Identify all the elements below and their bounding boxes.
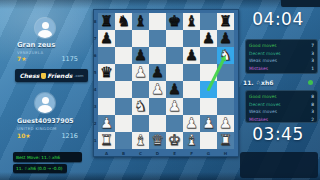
square-b7[interactable] xyxy=(115,30,132,47)
black-king-e8: ♚ xyxy=(166,13,183,30)
top-player-name: Gran zeus xyxy=(17,41,55,49)
bottom-stats-row-good-moves: Good moves8 xyxy=(249,93,314,101)
rank-label-3: 3 xyxy=(93,98,98,115)
stat-label: Weak moves xyxy=(249,58,277,63)
white-bishop-c1: ♝ xyxy=(132,132,149,149)
logo-text-chess: Chess xyxy=(19,72,39,79)
top-right-bar xyxy=(281,0,320,7)
stat-value: 3 xyxy=(311,58,314,63)
stat-label: Mistakes xyxy=(249,66,268,71)
stat-label: Weak moves xyxy=(249,109,277,114)
rank-label-6: 6 xyxy=(93,47,98,64)
square-g1[interactable] xyxy=(200,132,217,149)
rank-label-7: 7 xyxy=(93,30,98,47)
black-pawn-e4: ♟ xyxy=(166,81,183,98)
square-g3[interactable] xyxy=(200,98,217,115)
file-label-f: F xyxy=(183,150,200,157)
stat-value: 8 xyxy=(311,94,314,99)
square-e2[interactable] xyxy=(166,115,183,132)
best-move-banner: Best Move: 11.♘xh6 xyxy=(13,152,82,162)
black-pawn-g7: ♟ xyxy=(200,30,217,47)
stat-value: 8 xyxy=(311,102,314,107)
square-h1[interactable]: ♜ xyxy=(217,132,234,149)
square-d8[interactable] xyxy=(149,13,166,30)
file-label-c: C xyxy=(132,150,149,157)
square-a1[interactable]: ♜ xyxy=(98,132,115,149)
square-e3[interactable]: ♟ xyxy=(166,98,183,115)
file-label-e: E xyxy=(166,150,183,157)
square-c8[interactable]: ♝ xyxy=(132,13,149,30)
bottom-player-rating: 1216 xyxy=(48,132,78,140)
top-player-stats-box: Good moves7Decent moves3Weak moves3Mista… xyxy=(245,39,318,74)
bottom-player-name: Guest40937905 xyxy=(17,117,74,125)
logo-text-com: .com xyxy=(74,73,83,78)
square-f6[interactable]: ♟ xyxy=(183,47,200,64)
square-e6[interactable] xyxy=(166,47,183,64)
black-rook-h8: ♜ xyxy=(217,13,234,30)
black-pawn-d5: ♟ xyxy=(149,64,166,81)
black-pawn-a7: ♟ xyxy=(98,30,115,47)
square-a2[interactable]: ♟ xyxy=(98,115,115,132)
top-stats-row-good-moves: Good moves7 xyxy=(249,42,314,50)
white-knight-c3: ♞ xyxy=(132,98,149,115)
square-f2[interactable]: ♟ xyxy=(183,115,200,132)
square-a6[interactable] xyxy=(98,47,115,64)
stat-label: Good moves xyxy=(249,94,277,99)
square-e8[interactable]: ♚ xyxy=(166,13,183,30)
square-c4[interactable] xyxy=(132,81,149,98)
bottom-stats-row-weak-moves: Weak moves3 xyxy=(249,108,314,116)
stat-label: Decent moves xyxy=(249,51,281,56)
black-bishop-f8: ♝ xyxy=(183,13,200,30)
bottom-clock: 03:45 xyxy=(240,124,316,144)
stat-value: 1 xyxy=(311,66,314,71)
stat-label: Decent moves xyxy=(249,102,281,107)
shield-icon xyxy=(41,73,46,79)
white-pawn-h2: ♟ xyxy=(217,115,234,132)
chessfriends-logo[interactable]: Chess Friends .com xyxy=(15,69,88,82)
white-knight-h6: ♞ xyxy=(217,47,234,64)
file-label-h: H xyxy=(217,150,234,157)
square-a5[interactable]: ♛ xyxy=(98,64,115,81)
square-h3[interactable] xyxy=(217,98,234,115)
square-a7[interactable]: ♟ xyxy=(98,30,115,47)
bottom-player-stars: 10★ xyxy=(17,132,31,139)
square-b4[interactable] xyxy=(115,81,132,98)
square-c5[interactable]: ♟ xyxy=(132,64,149,81)
square-a8[interactable]: ♜ xyxy=(98,13,115,30)
avatar-head-icon xyxy=(42,97,49,104)
square-g4[interactable] xyxy=(200,81,217,98)
logo-text-friends: Friends xyxy=(47,72,72,79)
square-c7[interactable] xyxy=(132,30,149,47)
square-f8[interactable]: ♝ xyxy=(183,13,200,30)
white-rook-h1: ♜ xyxy=(217,132,234,149)
square-b3[interactable] xyxy=(115,98,132,115)
avatar-head-icon xyxy=(42,22,49,29)
bottom-stats-row-mistakes: Mistakes2 xyxy=(249,116,314,124)
square-d5[interactable]: ♟ xyxy=(149,64,166,81)
white-bishop-f1: ♝ xyxy=(183,132,200,149)
bottom-player-avatar xyxy=(35,93,55,113)
move-quality-dot xyxy=(308,80,313,85)
top-clock: 04:04 xyxy=(240,9,316,29)
played-move-banner: 11. ♘xh6 (0.0 → -0.0) xyxy=(13,164,67,173)
rank-label-2: 2 xyxy=(93,115,98,132)
square-b1[interactable] xyxy=(115,132,132,149)
white-pawn-g2: ♟ xyxy=(200,115,217,132)
file-label-a: A xyxy=(98,150,115,157)
square-b6[interactable] xyxy=(115,47,132,64)
file-label-b: B xyxy=(115,150,132,157)
stat-value: 2 xyxy=(311,117,314,122)
square-g6[interactable] xyxy=(200,47,217,64)
square-e5[interactable] xyxy=(166,64,183,81)
top-player-rating: 1175 xyxy=(48,55,78,63)
black-queen-a5: ♛ xyxy=(98,64,115,81)
best-move-text: Best Move: 11.♘xh6 xyxy=(16,155,60,160)
black-bishop-c8: ♝ xyxy=(132,13,149,30)
white-pawn-d4: ♟ xyxy=(149,81,166,98)
square-e7[interactable] xyxy=(166,30,183,47)
square-b8[interactable]: ♞ xyxy=(115,13,132,30)
played-move-text: 11. ♘xh6 (0.0 → -0.0) xyxy=(16,166,62,171)
stat-value: 3 xyxy=(311,109,314,114)
bottom-right-panel xyxy=(240,152,318,178)
white-pawn-f2: ♟ xyxy=(183,115,200,132)
top-stats-row-weak-moves: Weak moves3 xyxy=(249,57,314,65)
square-h8[interactable]: ♜ xyxy=(217,13,234,30)
bottom-stats-row-decent-moves: Decent moves8 xyxy=(249,101,314,109)
file-label-d: D xyxy=(149,150,166,157)
square-h6[interactable]: ♞ xyxy=(217,47,234,64)
square-d6[interactable] xyxy=(149,47,166,64)
avatar-body-icon xyxy=(38,105,52,114)
square-e4[interactable]: ♟ xyxy=(166,81,183,98)
square-b5[interactable] xyxy=(115,64,132,81)
black-pawn-f6: ♟ xyxy=(183,47,200,64)
top-player-stars: 7★ xyxy=(17,55,27,62)
white-pawn-a2: ♟ xyxy=(98,115,115,132)
square-h5[interactable] xyxy=(217,64,234,81)
square-a3[interactable] xyxy=(98,98,115,115)
white-pawn-c5: ♟ xyxy=(132,64,149,81)
square-h7[interactable]: ♟ xyxy=(217,30,234,47)
square-h4[interactable] xyxy=(217,81,234,98)
stat-label: Mistakes xyxy=(249,117,268,122)
top-stats-row-mistakes: Mistakes1 xyxy=(249,65,314,73)
rank-label-1: 1 xyxy=(93,132,98,149)
stat-value: 3 xyxy=(311,51,314,56)
avatar-body-icon xyxy=(38,30,52,39)
white-king-e1: ♚ xyxy=(166,132,183,149)
rank-label-4: 4 xyxy=(93,81,98,98)
black-pawn-c6: ♟ xyxy=(132,47,149,64)
black-knight-b8: ♞ xyxy=(115,13,132,30)
top-player-country: VENEZUELA xyxy=(17,50,43,55)
stat-value: 7 xyxy=(311,43,314,48)
white-queen-d1: ♛ xyxy=(149,132,166,149)
file-label-g: G xyxy=(200,150,217,157)
square-f3[interactable] xyxy=(183,98,200,115)
bottom-player-stats-box: Good moves8Decent moves8Weak moves3Mista… xyxy=(245,90,318,123)
square-b2[interactable] xyxy=(115,115,132,132)
chess-analysis-app: Gran zeus VENEZUELA 7★ 1175 Chess Friend… xyxy=(0,0,320,180)
square-a4[interactable] xyxy=(98,81,115,98)
square-d7[interactable] xyxy=(149,30,166,47)
current-move-item[interactable]: 11. ♘xh6 xyxy=(243,79,309,86)
bottom-player-country: UNITED KINGDOM xyxy=(17,126,57,131)
square-d1[interactable]: ♛ xyxy=(149,132,166,149)
square-e1[interactable]: ♚ xyxy=(166,132,183,149)
square-f5[interactable] xyxy=(183,64,200,81)
stat-label: Good moves xyxy=(249,43,277,48)
square-f7[interactable] xyxy=(183,30,200,47)
square-f4[interactable] xyxy=(183,81,200,98)
square-d3[interactable] xyxy=(149,98,166,115)
chess-board: ♜♞♝♚♝♜♟♟♟♟♟♞♛♟♟♟♟♞♟♟♟♟♟♜♝♛♚♝♜ xyxy=(98,13,234,149)
square-g2[interactable]: ♟ xyxy=(200,115,217,132)
top-stats-row-decent-moves: Decent moves3 xyxy=(249,50,314,58)
square-g8[interactable] xyxy=(200,13,217,30)
top-player-avatar xyxy=(35,18,55,38)
square-d4[interactable]: ♟ xyxy=(149,81,166,98)
white-rook-a1: ♜ xyxy=(98,132,115,149)
square-c2[interactable] xyxy=(132,115,149,132)
square-c3[interactable]: ♞ xyxy=(132,98,149,115)
square-f1[interactable]: ♝ xyxy=(183,132,200,149)
black-pawn-h7: ♟ xyxy=(217,30,234,47)
rank-label-8: 8 xyxy=(93,13,98,30)
square-d2[interactable] xyxy=(149,115,166,132)
square-c1[interactable]: ♝ xyxy=(132,132,149,149)
square-g7[interactable]: ♟ xyxy=(200,30,217,47)
square-h2[interactable]: ♟ xyxy=(217,115,234,132)
white-pawn-e3: ♟ xyxy=(166,98,183,115)
square-c6[interactable]: ♟ xyxy=(132,47,149,64)
black-rook-a8: ♜ xyxy=(98,13,115,30)
rank-label-5: 5 xyxy=(93,64,98,81)
square-g5[interactable] xyxy=(200,64,217,81)
